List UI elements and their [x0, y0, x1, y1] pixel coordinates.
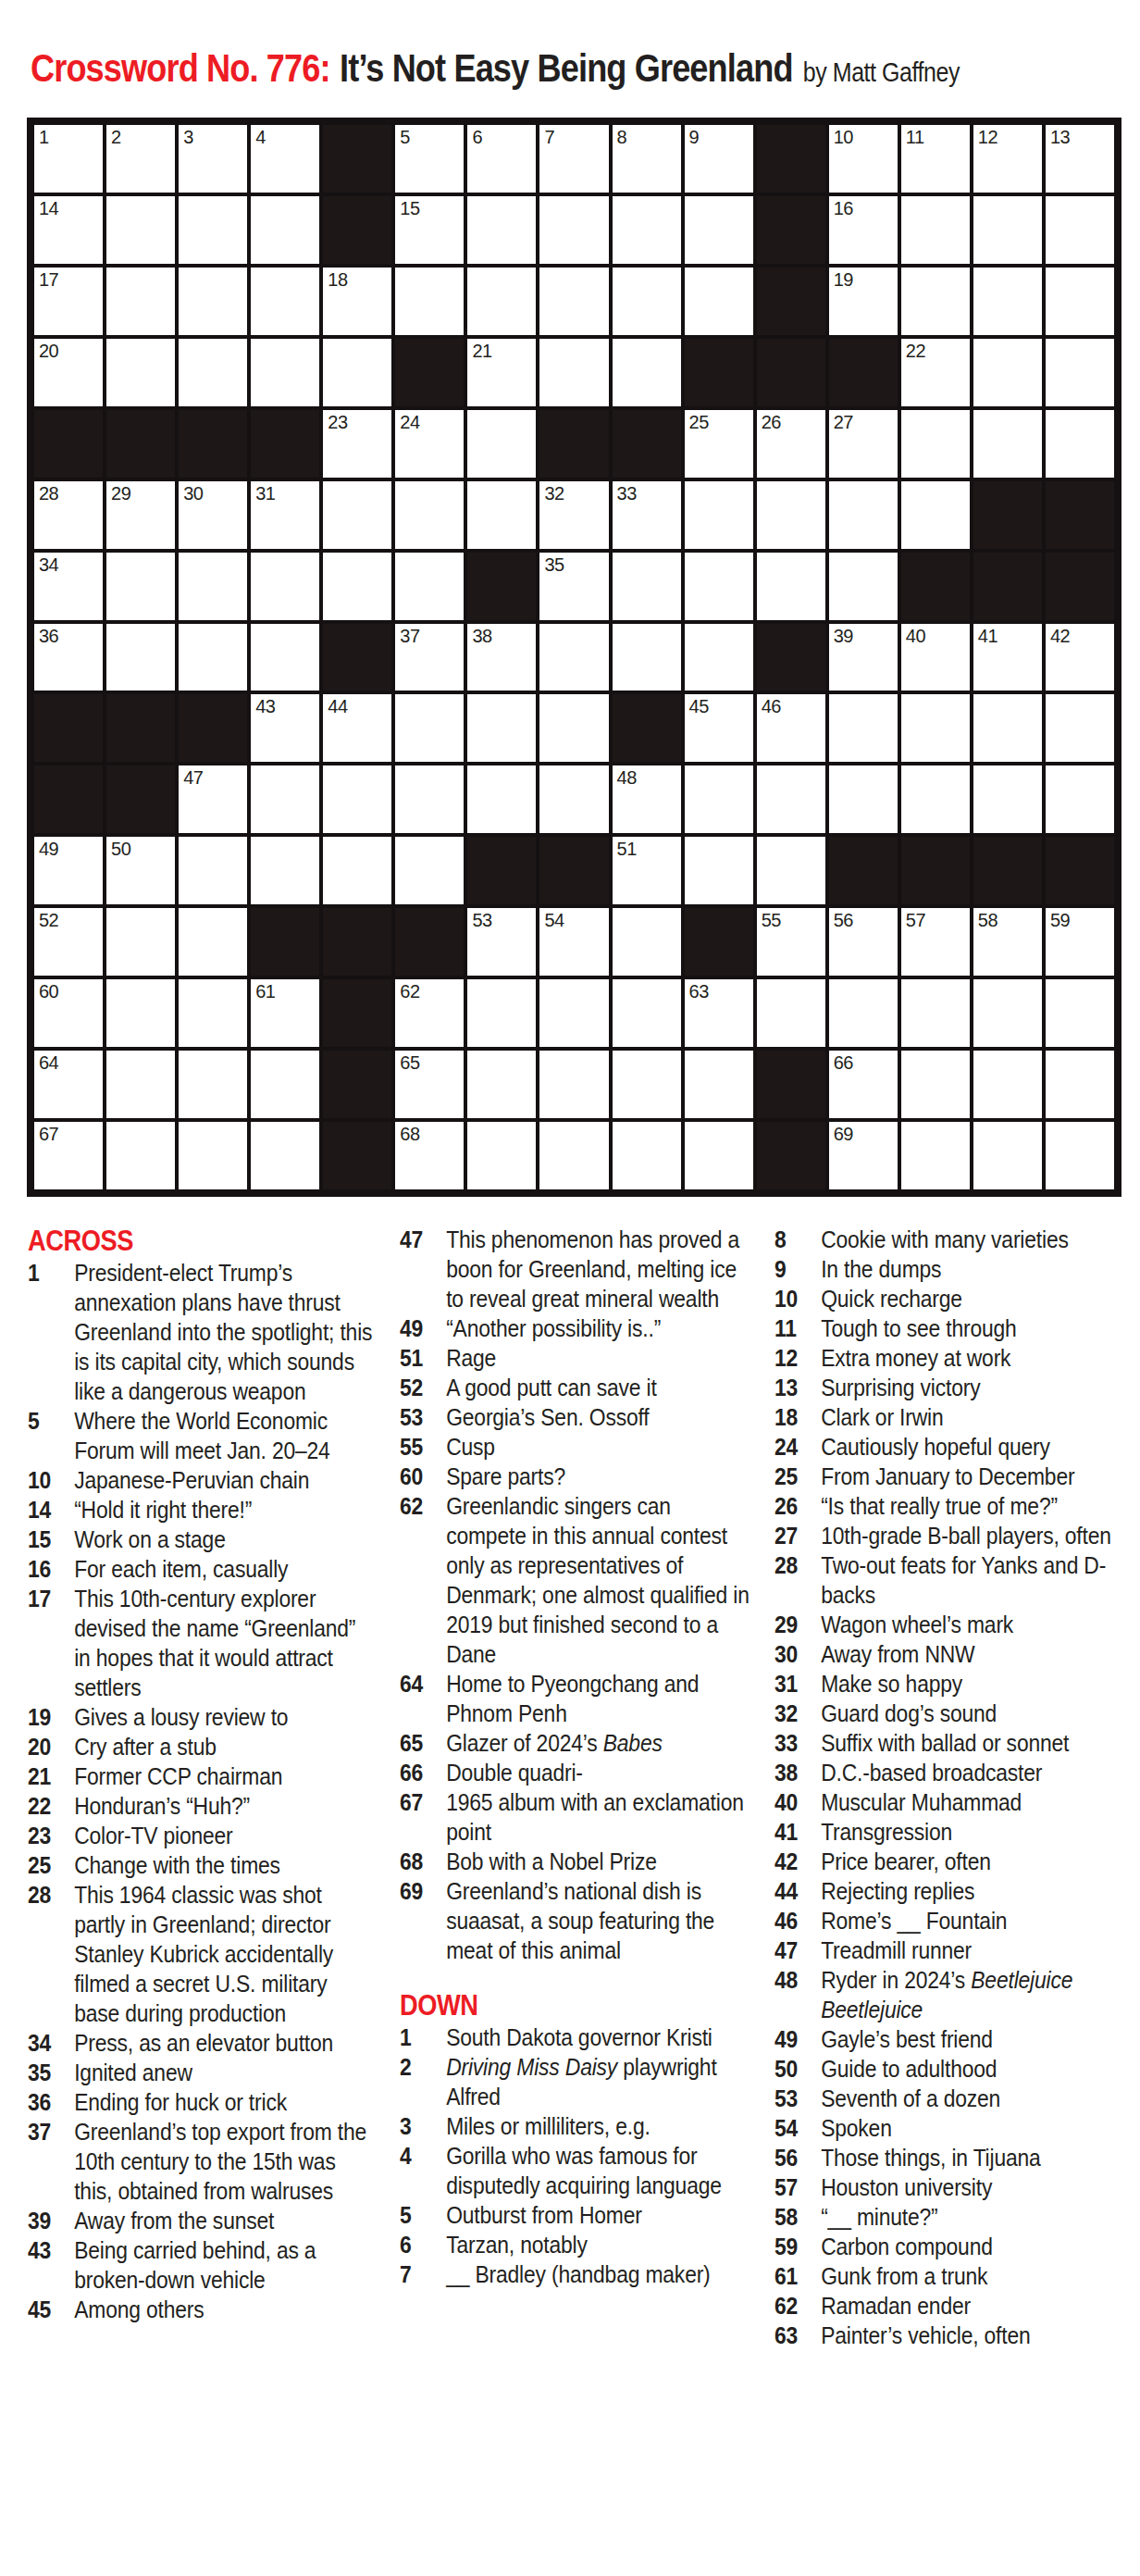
grid-cell[interactable]: 57	[901, 908, 970, 976]
grid-cell[interactable]	[1046, 268, 1114, 335]
grid-cell[interactable]: 35	[539, 553, 608, 620]
grid-cell[interactable]: 28	[34, 481, 103, 549]
clue-text: President-elect Trump’s annexation plans…	[74, 1258, 376, 1406]
clue-number: 60	[400, 1462, 446, 1491]
clue-text: Gorilla who was famous for disputedly ac…	[446, 2141, 751, 2200]
grid-cell[interactable]: 17	[34, 268, 103, 335]
grid-cell[interactable]	[901, 481, 970, 549]
grid-cell[interactable]	[973, 339, 1042, 406]
grid-cell[interactable]: 24	[395, 410, 464, 478]
grid-cell[interactable]	[251, 268, 319, 335]
grid-cell[interactable]	[106, 268, 175, 335]
grid-cell[interactable]	[467, 979, 536, 1047]
clue-item: 53Seventh of a dozen	[774, 2084, 1121, 2113]
cell-number: 61	[255, 981, 275, 1002]
clue-number: 54	[774, 2113, 821, 2143]
grid-cell[interactable]	[685, 624, 753, 691]
clue-number: 2	[400, 2052, 446, 2111]
clue-item: 33Suffix with ballad or sonnet	[774, 1728, 1121, 1758]
clue-number: 21	[28, 1761, 74, 1791]
clue-item: 16For each item, casually	[28, 1554, 376, 1584]
grid-cell[interactable]	[1046, 339, 1114, 406]
grid-cell-black	[685, 908, 753, 976]
grid-cell[interactable]: 40	[901, 624, 970, 691]
grid-cell[interactable]	[1046, 1051, 1114, 1118]
clue-number: 32	[774, 1699, 821, 1728]
grid-cell[interactable]	[1046, 410, 1114, 478]
grid-cell-black	[1046, 553, 1114, 620]
grid-cell[interactable]	[901, 1122, 970, 1189]
cell-number: 6	[472, 127, 482, 148]
grid-cell[interactable]	[973, 1051, 1042, 1118]
grid-cell[interactable]: 64	[34, 1051, 103, 1118]
grid-cell-black	[613, 410, 681, 478]
grid-cell[interactable]	[179, 553, 247, 620]
clue-text: Where the World Economic Forum will meet…	[74, 1406, 376, 1465]
grid-cell-black	[34, 410, 103, 478]
grid-cell[interactable]	[1046, 1122, 1114, 1189]
cell-number: 68	[400, 1124, 419, 1145]
grid-cell[interactable]: 14	[34, 196, 103, 264]
grid-cell[interactable]: 2	[106, 125, 175, 193]
clue-text: Tarzan, notably	[446, 2230, 751, 2259]
grid-cell[interactable]: 48	[613, 765, 681, 833]
clue-number: 11	[774, 1313, 821, 1343]
grid-cell[interactable]	[467, 694, 536, 762]
grid-cell[interactable]: 69	[829, 1122, 898, 1189]
cell-number: 17	[39, 269, 58, 291]
grid-cell[interactable]: 50	[106, 837, 175, 904]
grid-cell[interactable]: 31	[251, 481, 319, 549]
grid-cell[interactable]: 36	[34, 624, 103, 691]
clue-text: In the dumps	[821, 1254, 1121, 1284]
grid-cell[interactable]	[251, 837, 319, 904]
clue-text: Japanese-Peruvian chain	[74, 1465, 376, 1495]
grid-cell[interactable]	[106, 553, 175, 620]
grid-cell[interactable]	[539, 196, 608, 264]
grid-cell[interactable]	[757, 837, 825, 904]
grid-cell[interactable]	[179, 1122, 247, 1189]
grid-cell[interactable]: 22	[901, 339, 970, 406]
grid-cell[interactable]	[251, 1051, 319, 1118]
grid-cell[interactable]	[757, 553, 825, 620]
grid-cell[interactable]	[829, 481, 898, 549]
grid-cell-black	[685, 339, 753, 406]
grid-cell[interactable]	[973, 410, 1042, 478]
clue-number: 31	[774, 1669, 821, 1699]
grid-cell[interactable]	[179, 908, 247, 976]
grid-cell[interactable]: 47	[179, 765, 247, 833]
cell-number: 31	[255, 483, 275, 504]
cell-number: 23	[328, 412, 347, 433]
grid-cell[interactable]: 61	[251, 979, 319, 1047]
cell-number: 7	[544, 127, 554, 148]
cell-number: 48	[617, 767, 637, 789]
clue-number: 5	[400, 2200, 446, 2230]
grid-cell[interactable]	[539, 339, 608, 406]
grid-cell-black	[179, 694, 247, 762]
clue-item: 2Driving Miss Daisy playwright Alfred	[400, 2052, 751, 2111]
grid-cell[interactable]	[829, 979, 898, 1047]
clue-number: 68	[400, 1847, 446, 1876]
cell-number: 65	[400, 1052, 419, 1074]
grid-cell[interactable]: 65	[395, 1051, 464, 1118]
grid-cell[interactable]	[395, 837, 464, 904]
grid-cell[interactable]: 62	[395, 979, 464, 1047]
clue-text: Driving Miss Daisy playwright Alfred	[446, 2052, 751, 2111]
clue-text: Spoken	[821, 2113, 1121, 2143]
grid-cell[interactable]	[395, 694, 464, 762]
grid-cell[interactable]	[323, 481, 391, 549]
cell-number: 50	[111, 839, 130, 860]
grid-cell[interactable]	[901, 196, 970, 264]
clue-text: “Hold it right there!”	[74, 1495, 376, 1524]
grid-cell[interactable]	[613, 339, 681, 406]
grid-cell[interactable]: 53	[467, 908, 536, 976]
grid-cell[interactable]: 25	[685, 410, 753, 478]
grid-cell[interactable]: 11	[901, 125, 970, 193]
grid-cell[interactable]	[613, 908, 681, 976]
grid-cell[interactable]	[467, 268, 536, 335]
clue-item: 9In the dumps	[774, 1254, 1121, 1284]
clue-text: Greenlandic singers can compete in this …	[446, 1491, 751, 1669]
grid-cell[interactable]	[901, 765, 970, 833]
grid-cell[interactable]: 52	[34, 908, 103, 976]
clue-number: 48	[774, 1965, 821, 2024]
grid-cell[interactable]	[685, 553, 753, 620]
grid-cell[interactable]	[901, 694, 970, 762]
grid-cell[interactable]	[539, 1051, 608, 1118]
clue-number: 35	[28, 2058, 74, 2087]
grid-cell[interactable]	[467, 1122, 536, 1189]
grid-cell[interactable]	[973, 268, 1042, 335]
grid-cell[interactable]: 23	[323, 410, 391, 478]
cell-number: 35	[544, 554, 564, 576]
grid-cell[interactable]: 4	[251, 125, 319, 193]
grid-cell[interactable]: 46	[757, 694, 825, 762]
grid-cell[interactable]	[179, 339, 247, 406]
puzzle-title: It’s Not Easy Being Greenland	[340, 46, 793, 91]
grid-cell[interactable]	[106, 624, 175, 691]
grid-cell[interactable]: 60	[34, 979, 103, 1047]
cell-number: 44	[328, 696, 347, 717]
grid-cell[interactable]	[539, 765, 608, 833]
grid-cell-black	[757, 268, 825, 335]
clue-item: 30Away from NNW	[774, 1639, 1121, 1669]
grid-cell[interactable]	[685, 837, 753, 904]
clue-text: Gayle’s best friend	[821, 2024, 1121, 2054]
clue-text: This 10th-century explorer devised the n…	[74, 1584, 376, 1702]
grid-cell-black	[323, 1122, 391, 1189]
grid-cell[interactable]: 26	[757, 410, 825, 478]
clue-number: 37	[28, 2117, 74, 2206]
grid-cell[interactable]	[613, 1051, 681, 1118]
grid-cell[interactable]: 30	[179, 481, 247, 549]
grid-cell-black	[179, 410, 247, 478]
grid-cell[interactable]	[179, 268, 247, 335]
grid-cell-black	[757, 1051, 825, 1118]
grid-cell[interactable]	[685, 1122, 753, 1189]
grid-cell[interactable]: 3	[179, 125, 247, 193]
grid-cell[interactable]	[973, 979, 1042, 1047]
grid-cell[interactable]: 12	[973, 125, 1042, 193]
grid-cell[interactable]	[395, 765, 464, 833]
grid-cell[interactable]	[539, 979, 608, 1047]
grid-cell[interactable]	[179, 624, 247, 691]
grid-cell-black	[757, 1122, 825, 1189]
cell-number: 40	[906, 626, 925, 647]
grid-cell[interactable]	[973, 1122, 1042, 1189]
grid-cell[interactable]	[901, 268, 970, 335]
grid-cell[interactable]	[613, 1122, 681, 1189]
grid-cell[interactable]: 5	[395, 125, 464, 193]
grid-cell[interactable]	[467, 1051, 536, 1118]
grid-cell[interactable]	[467, 765, 536, 833]
grid-cell[interactable]: 66	[829, 1051, 898, 1118]
grid-cell-black	[34, 694, 103, 762]
grid-cell[interactable]: 42	[1046, 624, 1114, 691]
grid-cell[interactable]: 43	[251, 694, 319, 762]
grid-cell[interactable]	[613, 979, 681, 1047]
clue-number: 52	[400, 1373, 446, 1402]
grid-cell[interactable]	[251, 339, 319, 406]
clue-item: 25From January to December	[774, 1462, 1121, 1491]
clue-number: 58	[774, 2202, 821, 2232]
grid-cell[interactable]: 15	[395, 196, 464, 264]
grid-cell[interactable]: 63	[685, 979, 753, 1047]
clue-item: 24Cautiously hopeful query	[774, 1432, 1121, 1462]
grid-cell[interactable]	[539, 694, 608, 762]
grid-cell[interactable]	[467, 196, 536, 264]
clue-item: 39Away from the sunset	[28, 2206, 376, 2235]
clue-item: 18Clark or Irwin	[774, 1402, 1121, 1432]
grid-cell[interactable]: 67	[34, 1122, 103, 1189]
grid-cell[interactable]	[685, 268, 753, 335]
clue-text: Tough to see through	[821, 1313, 1121, 1343]
grid-cell[interactable]	[106, 1122, 175, 1189]
grid-cell[interactable]: 27	[829, 410, 898, 478]
grid-cell[interactable]: 10	[829, 125, 898, 193]
clue-number: 65	[400, 1728, 446, 1758]
grid-cell[interactable]	[106, 1051, 175, 1118]
clue-item: 23Color-TV pioneer	[28, 1821, 376, 1850]
grid-cell[interactable]	[395, 268, 464, 335]
grid-cell-black	[539, 837, 608, 904]
clue-item: 50Guide to adulthood	[774, 2054, 1121, 2084]
clue-text: Home to Pyeongchang and Phnom Penh	[446, 1669, 751, 1728]
grid-cell[interactable]: 68	[395, 1122, 464, 1189]
clue-text: Cry after a stub	[74, 1732, 376, 1761]
grid-cell[interactable]: 55	[757, 908, 825, 976]
grid-cell[interactable]: 20	[34, 339, 103, 406]
cell-number: 36	[39, 626, 58, 647]
grid-cell[interactable]	[829, 694, 898, 762]
clue-number: 38	[774, 1758, 821, 1787]
grid-cell[interactable]	[973, 196, 1042, 264]
grid-cell[interactable]	[685, 196, 753, 264]
clue-text: Houston university	[821, 2172, 1121, 2202]
grid-cell-black	[613, 694, 681, 762]
grid-cell[interactable]	[901, 410, 970, 478]
cell-number: 10	[834, 127, 853, 148]
clue-number: 4	[400, 2141, 446, 2200]
grid-cell[interactable]: 1	[34, 125, 103, 193]
grid-cell[interactable]	[323, 339, 391, 406]
clue-item: 59Carbon compound	[774, 2232, 1121, 2261]
grid-cell[interactable]	[1046, 196, 1114, 264]
grid-cell[interactable]	[395, 481, 464, 549]
page-title: Crossword No. 776: It’s Not Easy Being G…	[31, 46, 960, 91]
grid-cell[interactable]	[323, 765, 391, 833]
grid-cell-black	[467, 837, 536, 904]
grid-cell[interactable]: 29	[106, 481, 175, 549]
grid-cell[interactable]: 33	[613, 481, 681, 549]
grid-cell[interactable]	[251, 1122, 319, 1189]
grid-cell[interactable]	[829, 553, 898, 620]
clue-text: Miles or milliliters, e.g.	[446, 2111, 751, 2141]
grid-cell[interactable]	[179, 196, 247, 264]
clue-number: 7	[400, 2259, 446, 2289]
cell-number: 53	[472, 910, 491, 931]
grid-cell[interactable]: 18	[323, 268, 391, 335]
clue-number: 13	[774, 1373, 821, 1402]
grid-cell[interactable]	[829, 765, 898, 833]
grid-cell[interactable]	[106, 908, 175, 976]
grid-cell[interactable]	[106, 339, 175, 406]
grid-cell[interactable]	[179, 837, 247, 904]
clue-item: 53Georgia’s Sen. Ossoff	[400, 1402, 751, 1432]
grid-cell[interactable]	[467, 410, 536, 478]
grid-cell[interactable]	[613, 553, 681, 620]
clue-number: 66	[400, 1758, 446, 1787]
grid-cell[interactable]	[179, 1051, 247, 1118]
grid-cell[interactable]	[539, 268, 608, 335]
grid-cell[interactable]: 58	[973, 908, 1042, 976]
grid-cell[interactable]: 8	[613, 125, 681, 193]
grid-cell[interactable]	[757, 481, 825, 549]
clue-item: 36Ending for huck or trick	[28, 2087, 376, 2117]
grid-cell[interactable]: 19	[829, 268, 898, 335]
clue-item: 22Honduran’s “Huh?”	[28, 1791, 376, 1821]
puzzle-number-label: Crossword No. 776:	[31, 46, 330, 91]
grid-cell[interactable]	[613, 196, 681, 264]
grid-cell[interactable]: 32	[539, 481, 608, 549]
grid-cell[interactable]: 6	[467, 125, 536, 193]
grid-cell[interactable]	[901, 1051, 970, 1118]
grid-cell[interactable]: 9	[685, 125, 753, 193]
grid-cell[interactable]	[1046, 765, 1114, 833]
grid-cell[interactable]	[685, 481, 753, 549]
grid-cell[interactable]	[973, 765, 1042, 833]
clue-number: 8	[774, 1225, 821, 1254]
clue-item: 58“__ minute?”	[774, 2202, 1121, 2232]
clue-text: Guide to adulthood	[821, 2054, 1121, 2084]
grid-cell[interactable]: 44	[323, 694, 391, 762]
clue-item: 671965 album with an exclamation point	[400, 1787, 751, 1847]
clue-item: 17This 10th-century explorer devised the…	[28, 1584, 376, 1702]
clue-text: Make so happy	[821, 1669, 1121, 1699]
clue-text: Guard dog’s sound	[821, 1699, 1121, 1728]
clue-item: 57Houston university	[774, 2172, 1121, 2202]
grid-cell[interactable]: 51	[613, 837, 681, 904]
clue-item: 68Bob with a Nobel Prize	[400, 1847, 751, 1876]
clue-text: Color-TV pioneer	[74, 1821, 376, 1850]
grid-cell[interactable]	[467, 481, 536, 549]
clue-text: Ramadan ender	[821, 2291, 1121, 2321]
grid-cell[interactable]	[1046, 979, 1114, 1047]
grid-cell[interactable]	[539, 1122, 608, 1189]
cell-number: 16	[834, 198, 853, 219]
grid-cell[interactable]	[251, 196, 319, 264]
grid-cell-black	[539, 410, 608, 478]
grid-cell[interactable]	[539, 624, 608, 691]
grid-cell-black	[757, 125, 825, 193]
grid-cell[interactable]: 54	[539, 908, 608, 976]
grid-cell[interactable]: 39	[829, 624, 898, 691]
grid-cell[interactable]	[179, 979, 247, 1047]
cell-number: 34	[39, 554, 58, 576]
grid-cell[interactable]: 7	[539, 125, 608, 193]
grid-cell[interactable]: 59	[1046, 908, 1114, 976]
grid-cell[interactable]	[613, 268, 681, 335]
clue-number: 63	[774, 2321, 821, 2350]
grid-cell[interactable]	[395, 553, 464, 620]
grid-cell[interactable]	[323, 837, 391, 904]
clue-item: 56Those things, in Tijuana	[774, 2143, 1121, 2172]
grid-cell-black	[1046, 481, 1114, 549]
cell-number: 63	[689, 981, 709, 1002]
clue-number: 53	[400, 1402, 446, 1432]
grid-cell[interactable]	[106, 196, 175, 264]
clue-number: 6	[400, 2230, 446, 2259]
clue-number: 27	[774, 1521, 821, 1550]
grid-cell[interactable]: 49	[34, 837, 103, 904]
grid-cell[interactable]: 16	[829, 196, 898, 264]
grid-cell[interactable]	[106, 979, 175, 1047]
clue-item: 37Greenland’s top export from the 10th c…	[28, 2117, 376, 2206]
grid-cell[interactable]	[1046, 694, 1114, 762]
clue-item: 1President-elect Trump’s annexation plan…	[28, 1258, 376, 1406]
grid-cell[interactable]	[901, 979, 970, 1047]
grid-cell[interactable]: 13	[1046, 125, 1114, 193]
clue-text: Ryder in 2024’s Beetlejuice Beetlejuice	[821, 1965, 1121, 2024]
grid-cell[interactable]	[757, 765, 825, 833]
clue-number: 3	[400, 2111, 446, 2141]
grid-cell[interactable]	[323, 553, 391, 620]
grid-cell[interactable]	[757, 979, 825, 1047]
grid-cell[interactable]: 37	[395, 624, 464, 691]
grid-cell-black	[757, 196, 825, 264]
grid-cell[interactable]	[251, 624, 319, 691]
grid-cell[interactable]	[251, 553, 319, 620]
grid-cell[interactable]: 34	[34, 553, 103, 620]
grid-cell[interactable]	[685, 765, 753, 833]
grid-cell[interactable]	[251, 765, 319, 833]
grid-cell[interactable]: 56	[829, 908, 898, 976]
grid-cell[interactable]: 45	[685, 694, 753, 762]
grid-cell[interactable]	[613, 624, 681, 691]
grid-cell[interactable]: 41	[973, 624, 1042, 691]
clue-item: 48Ryder in 2024’s Beetlejuice Beetlejuic…	[774, 1965, 1121, 2024]
grid-cell[interactable]	[685, 1051, 753, 1118]
grid-cell[interactable]: 21	[467, 339, 536, 406]
clue-number: 62	[774, 2291, 821, 2321]
clue-text: From January to December	[821, 1462, 1121, 1491]
grid-cell[interactable]	[973, 694, 1042, 762]
clue-number: 10	[774, 1284, 821, 1313]
clue-number: 1	[28, 1258, 74, 1406]
grid-cell[interactable]: 38	[467, 624, 536, 691]
